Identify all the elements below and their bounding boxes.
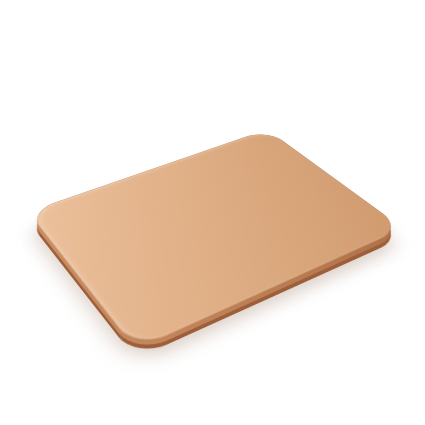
- product-photo-stage: [0, 0, 425, 425]
